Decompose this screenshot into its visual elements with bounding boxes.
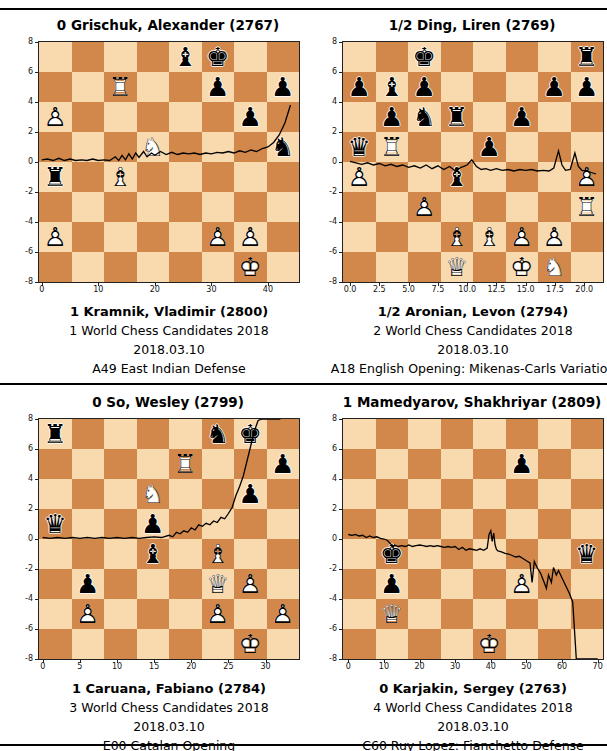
y-axis-tick-label: 2: [28, 505, 33, 513]
y-axis-tick-label: 4: [28, 98, 33, 106]
square-b4: [72, 162, 105, 192]
date-line: 2018.03.10: [23, 717, 315, 736]
square-g5: [234, 509, 267, 539]
x-axis-tick-label: 17.5: [546, 286, 564, 294]
square-c3: ♟♙: [408, 192, 441, 222]
y-axis-tick-label: -6: [25, 625, 33, 633]
square-g5: [538, 132, 571, 162]
square-a7: [343, 449, 376, 479]
x-axis: 0.02.55.07.510.012.515.017.520.0: [343, 283, 603, 296]
x-axis-tick-label: 5.0: [402, 286, 415, 294]
square-h2: [571, 599, 604, 629]
square-e5: [473, 509, 506, 539]
piece-wR-h3: ♜♖: [571, 192, 604, 222]
piece-bR-a4: ♜: [39, 162, 72, 192]
x-axis-tick-label: 15: [149, 663, 159, 671]
square-c5: [408, 132, 441, 162]
square-e2: ♝♗: [473, 222, 506, 252]
square-h8: ♜: [571, 42, 604, 72]
square-f3: [506, 192, 539, 222]
piece-bP-b3: ♟: [72, 569, 105, 599]
square-c8: ♚: [408, 42, 441, 72]
square-g1: ♚♔: [234, 629, 267, 659]
x-axis-tick-label: 0: [39, 286, 44, 294]
square-e1: [473, 252, 506, 282]
square-e2: [169, 222, 202, 252]
piece-wK-g1: ♚♔: [234, 252, 267, 282]
piece-wP-g2: ♟♙: [234, 222, 267, 252]
square-b8: [72, 419, 105, 449]
square-a3: [39, 569, 72, 599]
y-axis-tick-label: -8: [329, 278, 337, 286]
square-h3: [571, 569, 604, 599]
white-player-result: 0 Karjakin, Sergey (2763): [327, 679, 607, 698]
square-b1: [72, 629, 105, 659]
square-h8: [267, 419, 300, 449]
date-line: 2018.03.10: [327, 340, 607, 359]
piece-bP-b6: ♟: [376, 102, 409, 132]
square-e8: ♝: [169, 42, 202, 72]
square-f2: [506, 599, 539, 629]
black-player-header: 1 Mamedyarov, Shakhriyar (2809): [341, 385, 603, 410]
square-c6: [408, 479, 441, 509]
square-e1: [169, 629, 202, 659]
x-axis: 010203040506070: [343, 660, 603, 673]
piece-wN-d6: ♞♘: [137, 479, 170, 509]
chess-board: ♝♚♜♖♟♟♟♙♟♞♘♞♜♝♗♟♙♟♙♟♙♚♔: [39, 42, 299, 282]
chess-board: ♜♞♚♜♖♟♞♘♟♛♟♝♝♗♟♛♕♟♙♟♙♟♙♟♙♚♔: [39, 419, 299, 659]
x-axis-tick-label: 20: [186, 663, 196, 671]
candidates-2018-eval-boards: { "game": "chess", "page_title": "World …: [0, 0, 607, 751]
square-c6: [104, 102, 137, 132]
square-e8: [473, 42, 506, 72]
square-d7: [441, 72, 474, 102]
square-a3: [343, 192, 376, 222]
square-e5: [169, 132, 202, 162]
square-f7: [202, 449, 235, 479]
square-d3: [441, 192, 474, 222]
square-a4: [343, 539, 376, 569]
square-d3: [441, 569, 474, 599]
square-b1: [376, 252, 409, 282]
x-axis-tick-label: 10.0: [458, 286, 476, 294]
square-c4: [408, 539, 441, 569]
square-h7: [571, 449, 604, 479]
square-b4: [72, 539, 105, 569]
square-b2: [376, 222, 409, 252]
square-f4: [202, 162, 235, 192]
x-axis-tick-label: 7.5: [431, 286, 444, 294]
x-axis-tick-label: 10: [379, 663, 389, 671]
caption-block: 1/2 Aronian, Levon (2794) 2 World Chess …: [327, 302, 607, 378]
square-e3: [169, 569, 202, 599]
y-axis-tick-label: -2: [329, 188, 337, 196]
square-g1: [538, 629, 571, 659]
square-d4: ♝: [441, 162, 474, 192]
square-a3: [39, 192, 72, 222]
x-axis-tick-label: 2.5: [373, 286, 386, 294]
y-axis-tick-label: -6: [329, 625, 337, 633]
square-a8: ♜: [39, 419, 72, 449]
square-h4: [267, 539, 300, 569]
square-f8: ♞: [202, 419, 235, 449]
square-e7: [169, 72, 202, 102]
square-d1: [137, 252, 170, 282]
square-a1: [39, 252, 72, 282]
piece-bP-g6: ♟: [234, 102, 267, 132]
square-c5: [408, 509, 441, 539]
square-g4: [538, 539, 571, 569]
square-f5: [202, 509, 235, 539]
piece-wP-a4: ♟♙: [343, 162, 376, 192]
square-a8: [343, 419, 376, 449]
square-g1: ♞♘: [538, 252, 571, 282]
square-a5: [343, 509, 376, 539]
square-c4: [104, 539, 137, 569]
square-d7: [137, 72, 170, 102]
square-f5: [202, 132, 235, 162]
square-c2: [104, 222, 137, 252]
square-h1: [267, 629, 300, 659]
square-d5: [441, 509, 474, 539]
square-d3: [137, 569, 170, 599]
y-axis-tick-label: 0: [28, 158, 33, 166]
square-d2: [137, 599, 170, 629]
square-h4: [267, 162, 300, 192]
square-h5: [571, 509, 604, 539]
square-b2: ♛♕: [376, 599, 409, 629]
square-f6: [202, 102, 235, 132]
square-e3: [169, 192, 202, 222]
square-e7: [473, 449, 506, 479]
square-b6: [72, 102, 105, 132]
square-e8: [169, 419, 202, 449]
piece-bP-e5: ♟: [473, 132, 506, 162]
square-g5: [538, 509, 571, 539]
square-b3: [72, 192, 105, 222]
piece-bB-b7: ♝: [376, 72, 409, 102]
piece-bP-f7: ♟: [202, 72, 235, 102]
square-h1: [267, 252, 300, 282]
board-frame: ♟♚♛♟♟♙♛♕♚♔ 86420-2-4-6-8: [342, 418, 604, 660]
square-d5: ♟: [137, 509, 170, 539]
square-c1: [408, 252, 441, 282]
square-c2: [104, 599, 137, 629]
square-h8: [571, 419, 604, 449]
piece-bR-d6: ♜: [441, 102, 474, 132]
piece-wP-b2: ♟♙: [72, 599, 105, 629]
square-d4: [441, 539, 474, 569]
square-f7: ♟: [506, 449, 539, 479]
piece-wP-g2: ♟♙: [538, 222, 571, 252]
square-b8: [376, 42, 409, 72]
x-axis-tick-label: 0: [40, 663, 45, 671]
y-axis-tick-label: 2: [332, 128, 337, 136]
square-b8: [72, 42, 105, 72]
x-axis-tick-label: 20: [150, 286, 160, 294]
x-axis-tick-label: 20.0: [575, 286, 593, 294]
piece-wQ-d1: ♛♕: [441, 252, 474, 282]
square-b6: [72, 479, 105, 509]
piece-bK-c8: ♚: [408, 42, 441, 72]
square-d2: ♝♗: [441, 222, 474, 252]
square-h6: [267, 102, 300, 132]
square-c7: ♟: [408, 72, 441, 102]
caption-block: 0 Karjakin, Sergey (2763) 4 World Chess …: [327, 679, 607, 751]
square-e8: [473, 419, 506, 449]
square-h7: ♟: [267, 449, 300, 479]
x-axis-tick-label: 70: [593, 663, 603, 671]
square-d6: ♜: [441, 102, 474, 132]
square-d1: ♛♕: [441, 252, 474, 282]
caption-block: 1 Kramnik, Vladimir (2800) 1 World Chess…: [23, 302, 315, 378]
piece-wR-c7: ♜♖: [104, 72, 137, 102]
square-g7: [538, 449, 571, 479]
square-a4: ♟♙: [343, 162, 376, 192]
y-axis-tick-label: 6: [332, 445, 337, 453]
square-e2: [473, 599, 506, 629]
square-c4: ♝♗: [104, 162, 137, 192]
piece-bK-g8: ♚: [234, 419, 267, 449]
white-player-result: 1 Kramnik, Vladimir (2800): [23, 302, 315, 321]
square-d1: [441, 629, 474, 659]
opening-line: C60 Ruy Lopez: Fianchetto Defense: [327, 736, 607, 751]
white-player-result: 1/2 Aronian, Levon (2794): [327, 302, 607, 321]
piece-wP-c3: ♟♙: [408, 192, 441, 222]
square-f6: [506, 479, 539, 509]
square-h7: ♟: [267, 72, 300, 102]
piece-bP-a7: ♟: [343, 72, 376, 102]
square-b3: [376, 192, 409, 222]
piece-bP-f6: ♟: [506, 102, 539, 132]
piece-wP-f2: ♟♙: [202, 222, 235, 252]
square-b4: [376, 162, 409, 192]
square-c2: [408, 222, 441, 252]
square-g7: [234, 72, 267, 102]
x-axis-tick-label: 25: [223, 663, 233, 671]
opening-line: A18 English Opening: Mikenas-Carls Varia…: [327, 359, 607, 378]
square-b3: ♟: [376, 569, 409, 599]
y-axis-tick-label: 4: [332, 475, 337, 483]
square-g3: [538, 569, 571, 599]
square-e6: [169, 479, 202, 509]
x-axis-tick-label: 12.5: [488, 286, 506, 294]
square-d2: [441, 599, 474, 629]
square-g8: [538, 42, 571, 72]
piece-wP-g3: ♟♙: [234, 569, 267, 599]
square-e6: [473, 102, 506, 132]
y-axis-tick-label: -8: [25, 655, 33, 663]
square-f4: [506, 162, 539, 192]
square-b2: [72, 222, 105, 252]
piece-wP-h4: ♟♙: [571, 162, 604, 192]
square-h3: [267, 569, 300, 599]
square-b1: [72, 252, 105, 282]
square-a2: [343, 222, 376, 252]
square-c1: [104, 629, 137, 659]
piece-wP-f3: ♟♙: [506, 569, 539, 599]
square-f3: ♟♙: [506, 569, 539, 599]
game-panel: 0 So, Wesley (2799) ♜♞♚♜♖♟♞♘♟♛♟♝♝♗♟♛♕♟♙♟…: [0, 385, 303, 751]
y-axis-tick-label: -4: [25, 595, 33, 603]
square-e1: ♚♔: [473, 629, 506, 659]
square-b5: [376, 509, 409, 539]
x-axis-tick-label: 0: [346, 663, 351, 671]
piece-wN-g1: ♞♘: [538, 252, 571, 282]
square-d3: [137, 192, 170, 222]
square-e5: [169, 509, 202, 539]
square-a2: [343, 599, 376, 629]
square-d8: [137, 42, 170, 72]
square-d8: [137, 419, 170, 449]
square-a1: [343, 629, 376, 659]
square-a5: [39, 132, 72, 162]
y-axis-tick-label: -4: [329, 595, 337, 603]
piece-bP-h7: ♟: [267, 72, 300, 102]
piece-wQ-b2: ♛♕: [376, 599, 409, 629]
piece-bK-f8: ♚: [202, 42, 235, 72]
piece-wK-e1: ♚♔: [473, 629, 506, 659]
piece-wB-c4: ♝♗: [104, 162, 137, 192]
y-axis-tick-label: 6: [28, 68, 33, 76]
square-c8: [408, 419, 441, 449]
piece-bQ-a5: ♛: [343, 132, 376, 162]
square-d1: [137, 629, 170, 659]
square-g4: [234, 162, 267, 192]
x-axis-tick-label: 5: [77, 663, 82, 671]
opening-line: E00 Catalan Opening: [23, 736, 315, 751]
square-c3: [104, 569, 137, 599]
square-a6: ♟♙: [39, 102, 72, 132]
square-d2: [137, 222, 170, 252]
square-d7: [137, 449, 170, 479]
square-a6: [343, 102, 376, 132]
square-c7: ♜♖: [104, 72, 137, 102]
square-h2: [267, 222, 300, 252]
square-e6: [473, 479, 506, 509]
y-axis-tick-label: 8: [332, 415, 337, 423]
square-a4: [39, 539, 72, 569]
square-h3: ♜♖: [571, 192, 604, 222]
piece-bR-h8: ♜: [571, 42, 604, 72]
black-player-header: 0 Grischuk, Alexander (2767): [37, 8, 299, 33]
x-axis-tick-label: 50: [521, 663, 531, 671]
x-axis-tick-label: 0.0: [344, 286, 357, 294]
square-e6: [169, 102, 202, 132]
x-axis-tick-label: 10: [93, 286, 103, 294]
square-f2: ♟♙: [202, 599, 235, 629]
x-axis: 010203040: [39, 283, 299, 296]
board-frame: ♜♞♚♜♖♟♞♘♟♛♟♝♝♗♟♛♕♟♙♟♙♟♙♟♙♚♔ 86420-2-4-6-…: [38, 418, 300, 660]
x-axis-tick-label: 30: [206, 286, 216, 294]
square-b3: ♟: [72, 569, 105, 599]
y-axis-tick-label: -6: [25, 248, 33, 256]
square-e2: [169, 599, 202, 629]
square-a4: ♜: [39, 162, 72, 192]
piece-wP-a6: ♟♙: [39, 102, 72, 132]
x-axis-tick-label: 30: [450, 663, 460, 671]
square-d8: [441, 42, 474, 72]
game-panel: 1 Mamedyarov, Shakhriyar (2809) ♟♚♛♟♟♙♛♕…: [304, 385, 607, 751]
square-d5: ♞♘: [137, 132, 170, 162]
square-g6: ♟: [234, 102, 267, 132]
x-axis-tick-label: 20: [414, 663, 424, 671]
square-f2: ♟♙: [202, 222, 235, 252]
square-h1: [571, 629, 604, 659]
square-a1: [343, 252, 376, 282]
square-c6: ♞: [408, 102, 441, 132]
event-line: 2 World Chess Candidates 2018: [327, 321, 607, 340]
piece-bP-f7: ♟: [506, 449, 539, 479]
square-g8: [538, 419, 571, 449]
game-panel: 1/2 Ding, Liren (2769) ♚♜♟♝♟♟♟♟♞♜♟♛♜♖♟♟♙…: [304, 8, 607, 378]
opening-line: A49 East Indian Defense: [23, 359, 315, 378]
square-f4: ♝♗: [202, 539, 235, 569]
board-frame: ♝♚♜♖♟♟♟♙♟♞♘♞♜♝♗♟♙♟♙♟♙♚♔ 86420-2-4-6-8: [38, 41, 300, 283]
square-h8: [267, 42, 300, 72]
square-h2: [571, 222, 604, 252]
black-player-header: 0 So, Wesley (2799): [37, 385, 299, 410]
square-e4: [169, 539, 202, 569]
square-h3: [267, 192, 300, 222]
square-d6: [137, 102, 170, 132]
square-c8: [104, 419, 137, 449]
square-g3: [538, 192, 571, 222]
square-d6: [441, 479, 474, 509]
piece-bB-e8: ♝: [169, 42, 202, 72]
square-b7: [72, 72, 105, 102]
square-b5: [72, 509, 105, 539]
y-axis-tick-label: -6: [329, 248, 337, 256]
square-b6: ♟: [376, 102, 409, 132]
piece-bN-c6: ♞: [408, 102, 441, 132]
square-f3: [202, 192, 235, 222]
square-h6: [571, 102, 604, 132]
piece-wR-b5: ♜♖: [376, 132, 409, 162]
piece-bR-a8: ♜: [39, 419, 72, 449]
y-axis-tick-label: 6: [332, 68, 337, 76]
square-f1: [506, 629, 539, 659]
piece-wP-f2: ♟♙: [506, 222, 539, 252]
square-a5: ♛: [39, 509, 72, 539]
square-h5: [267, 509, 300, 539]
square-e4: [473, 539, 506, 569]
square-b5: ♜♖: [376, 132, 409, 162]
square-e7: ♜♖: [169, 449, 202, 479]
square-e3: [473, 192, 506, 222]
square-h5: [571, 132, 604, 162]
date-line: 2018.03.10: [23, 340, 315, 359]
square-f7: ♟: [202, 72, 235, 102]
square-a7: [39, 449, 72, 479]
square-c2: [408, 599, 441, 629]
y-axis-tick-label: 0: [332, 158, 337, 166]
square-h4: ♛: [571, 539, 604, 569]
square-b1: [376, 629, 409, 659]
square-g4: [538, 162, 571, 192]
square-h4: ♟♙: [571, 162, 604, 192]
white-player-result: 1 Caruana, Fabiano (2784): [23, 679, 315, 698]
y-axis-tick-label: 2: [332, 505, 337, 513]
square-f5: [506, 132, 539, 162]
square-e5: ♟: [473, 132, 506, 162]
square-f7: [506, 72, 539, 102]
y-axis-tick-label: 0: [332, 535, 337, 543]
y-axis-tick-label: 4: [28, 475, 33, 483]
piece-wN-d5: ♞♘: [137, 132, 170, 162]
square-f3: ♛♕: [202, 569, 235, 599]
piece-bP-b3: ♟: [376, 569, 409, 599]
